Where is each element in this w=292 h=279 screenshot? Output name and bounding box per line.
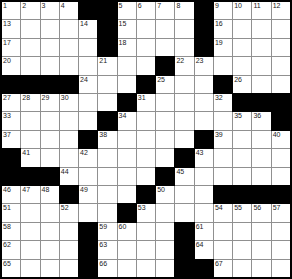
black-cell-r11c12	[214, 186, 232, 203]
cell-r4c11[interactable]: 23	[195, 57, 213, 74]
clue-number-61: 61	[196, 223, 204, 231]
cell-r7c8[interactable]	[137, 112, 155, 129]
cell-r15c8[interactable]	[137, 260, 155, 277]
cell-r13c3[interactable]	[41, 223, 59, 240]
cell-r13c2[interactable]	[21, 223, 39, 240]
clue-number-14: 14	[80, 20, 88, 28]
clue-number-8: 8	[176, 2, 180, 10]
cell-r2c9[interactable]	[156, 20, 174, 37]
cell-r4c3[interactable]	[41, 57, 59, 74]
cell-r15c3[interactable]	[41, 260, 59, 277]
black-cell-r14c5	[79, 241, 97, 258]
black-cell-r5c1	[2, 76, 20, 93]
cell-r14c6[interactable]: 63	[98, 241, 116, 258]
cell-r15c13[interactable]	[233, 260, 251, 277]
cell-r1c10[interactable]: 8	[175, 2, 193, 19]
clue-number-44: 44	[61, 168, 69, 176]
cell-r8c12[interactable]: 39	[214, 131, 232, 148]
black-cell-r11c14	[252, 186, 270, 203]
cell-r2c13[interactable]	[233, 20, 251, 37]
cell-r4c4[interactable]	[60, 57, 78, 74]
cell-r1c9[interactable]: 7	[156, 2, 174, 19]
cell-r9c11[interactable]: 43	[195, 149, 213, 166]
cell-r2c14[interactable]	[252, 20, 270, 37]
black-cell-r8c5	[79, 131, 97, 148]
cell-r14c2[interactable]	[21, 241, 39, 258]
clue-number-11: 11	[253, 2, 260, 10]
clue-number-51: 51	[3, 204, 11, 212]
clue-number-36: 36	[253, 112, 261, 120]
cell-r7c1[interactable]: 33	[2, 112, 20, 129]
clue-number-32: 32	[215, 94, 223, 102]
black-cell-r13c5	[79, 223, 97, 240]
cell-r5c9[interactable]: 25	[156, 76, 174, 93]
cell-r7c4[interactable]	[60, 112, 78, 129]
clue-number-60: 60	[119, 223, 127, 231]
black-cell-r8c11	[195, 131, 213, 148]
black-cell-r1c11	[195, 2, 213, 19]
cell-r9c5[interactable]: 42	[79, 149, 97, 166]
black-cell-r15c10	[175, 260, 193, 277]
clue-number-16: 16	[215, 20, 223, 28]
cell-r10c4[interactable]: 44	[60, 168, 78, 185]
cell-r10c12[interactable]	[214, 168, 232, 185]
cell-r7c14[interactable]: 36	[252, 112, 270, 129]
cell-r3c8[interactable]	[137, 39, 155, 56]
black-cell-r11c15	[272, 186, 290, 203]
cell-r4c12[interactable]	[214, 57, 232, 74]
cell-r3c5[interactable]	[79, 39, 97, 56]
black-cell-r3c11	[195, 39, 213, 56]
clue-number-66: 66	[99, 260, 107, 268]
cell-r14c8[interactable]	[137, 241, 155, 258]
cell-r4c10[interactable]: 22	[175, 57, 193, 74]
cell-r3c13[interactable]	[233, 39, 251, 56]
cell-r10c14[interactable]	[252, 168, 270, 185]
black-cell-r5c2	[21, 76, 39, 93]
black-cell-r14c10	[175, 241, 193, 258]
cell-r9c6[interactable]	[98, 149, 116, 166]
clue-number-40: 40	[273, 131, 281, 139]
cell-r1c13[interactable]: 10	[233, 2, 251, 19]
cell-r10c11[interactable]	[195, 168, 213, 185]
cell-r12c13[interactable]: 55	[233, 204, 251, 221]
cell-r10c7[interactable]	[118, 168, 136, 185]
cell-r9c9[interactable]	[156, 149, 174, 166]
cell-r9c14[interactable]	[252, 149, 270, 166]
cell-r12c9[interactable]	[156, 204, 174, 221]
cell-r11c3[interactable]: 48	[41, 186, 59, 203]
cell-r3c10[interactable]	[175, 39, 193, 56]
clue-number-53: 53	[138, 204, 146, 212]
clue-number-35: 35	[234, 112, 242, 120]
cell-r10c13[interactable]	[233, 168, 251, 185]
clue-number-5: 5	[119, 2, 123, 10]
clue-number-2: 2	[22, 2, 26, 10]
black-cell-r1c5	[79, 2, 97, 19]
cell-r5c15[interactable]	[272, 76, 290, 93]
cell-r13c9[interactable]	[156, 223, 174, 240]
cell-r8c15[interactable]: 40	[272, 131, 290, 148]
cell-r14c4[interactable]	[60, 241, 78, 258]
black-cell-r6c7	[118, 94, 136, 111]
cell-r6c1[interactable]: 27	[2, 94, 20, 111]
cell-r2c1[interactable]: 13	[2, 20, 20, 37]
clue-number-38: 38	[99, 131, 107, 139]
cell-r7c7[interactable]: 34	[118, 112, 136, 129]
cell-r14c11[interactable]: 64	[195, 241, 213, 258]
clue-number-20: 20	[3, 57, 11, 65]
cell-r5c5[interactable]: 24	[79, 76, 97, 93]
cell-r14c3[interactable]	[41, 241, 59, 258]
black-cell-r5c12	[214, 76, 232, 93]
clue-number-12: 12	[273, 2, 281, 10]
cell-r1c12[interactable]: 9	[214, 2, 232, 19]
cell-r9c15[interactable]	[272, 149, 290, 166]
black-cell-r10c9	[156, 168, 174, 185]
clue-number-48: 48	[42, 186, 50, 194]
cell-r8c3[interactable]	[41, 131, 59, 148]
clue-number-54: 54	[215, 204, 223, 212]
crossword-grid: 1234567891011121314151617181920212223242…	[0, 0, 292, 279]
clue-number-67: 67	[215, 260, 223, 268]
cell-r1c3[interactable]: 3	[41, 2, 59, 19]
clue-number-13: 13	[3, 20, 11, 28]
clue-number-27: 27	[3, 94, 11, 102]
cell-r8c6[interactable]: 38	[98, 131, 116, 148]
black-cell-r12c7	[118, 204, 136, 221]
black-cell-r5c8	[137, 76, 155, 93]
cell-r7c9[interactable]	[156, 112, 174, 129]
cell-r8c9[interactable]	[156, 131, 174, 148]
cell-r15c14[interactable]	[252, 260, 270, 277]
cell-r9c8[interactable]	[137, 149, 155, 166]
cell-r4c2[interactable]	[21, 57, 39, 74]
cell-r15c15[interactable]	[272, 260, 290, 277]
cell-r12c6[interactable]	[98, 204, 116, 221]
cell-r5c10[interactable]	[175, 76, 193, 93]
cell-r11c11[interactable]	[195, 186, 213, 203]
cell-r3c4[interactable]	[60, 39, 78, 56]
cell-r13c11[interactable]: 61	[195, 223, 213, 240]
cell-r13c12[interactable]	[214, 223, 232, 240]
clue-number-25: 25	[157, 76, 165, 84]
cell-r7c12[interactable]	[214, 112, 232, 129]
clue-number-59: 59	[99, 223, 107, 231]
cell-r5c14[interactable]	[252, 76, 270, 93]
cell-r15c6[interactable]: 66	[98, 260, 116, 277]
cell-r10c15[interactable]	[272, 168, 290, 185]
clue-number-4: 4	[61, 2, 65, 10]
cell-r14c12[interactable]	[214, 241, 232, 258]
cell-r3c1[interactable]: 17	[2, 39, 20, 56]
cell-r6c10[interactable]	[175, 94, 193, 111]
clue-number-45: 45	[176, 168, 184, 176]
clue-number-10: 10	[234, 2, 242, 10]
clue-number-37: 37	[3, 131, 11, 139]
cell-r1c14[interactable]: 11	[252, 2, 270, 19]
clue-number-56: 56	[253, 204, 261, 212]
cell-r12c1[interactable]: 51	[2, 204, 20, 221]
cell-r15c9[interactable]	[156, 260, 174, 277]
clue-number-62: 62	[3, 241, 11, 249]
cell-r4c5[interactable]	[79, 57, 97, 74]
cell-r5c7[interactable]	[118, 76, 136, 93]
cell-r13c14[interactable]	[252, 223, 270, 240]
cell-r9c3[interactable]	[41, 149, 59, 166]
cell-r12c10[interactable]	[175, 204, 193, 221]
cell-r3c12[interactable]: 19	[214, 39, 232, 56]
cell-r11c10[interactable]	[175, 186, 193, 203]
cell-r2c12[interactable]: 16	[214, 20, 232, 37]
cell-r4c14[interactable]	[252, 57, 270, 74]
cell-r8c4[interactable]	[60, 131, 78, 148]
cell-r1c8[interactable]: 6	[137, 2, 155, 19]
cell-r6c6[interactable]	[98, 94, 116, 111]
cell-r11c6[interactable]	[98, 186, 116, 203]
cell-r2c5[interactable]: 14	[79, 20, 97, 37]
cell-r1c7[interactable]: 5	[118, 2, 136, 19]
clue-number-3: 3	[42, 2, 46, 10]
cell-r1c15[interactable]: 12	[272, 2, 290, 19]
cell-r3c2[interactable]	[21, 39, 39, 56]
cell-r12c3[interactable]	[41, 204, 59, 221]
black-cell-r10c3	[41, 168, 59, 185]
cell-r2c7[interactable]: 15	[118, 20, 136, 37]
cell-r12c15[interactable]: 57	[272, 204, 290, 221]
cell-r2c3[interactable]	[41, 20, 59, 37]
cell-r2c10[interactable]	[175, 20, 193, 37]
cell-r7c10[interactable]	[175, 112, 193, 129]
cell-r8c14[interactable]	[252, 131, 270, 148]
cell-r11c5[interactable]: 49	[79, 186, 97, 203]
clue-number-34: 34	[119, 112, 127, 120]
cell-r13c4[interactable]	[60, 223, 78, 240]
cell-r5c11[interactable]	[195, 76, 213, 93]
clue-number-30: 30	[61, 94, 69, 102]
cell-r6c2[interactable]: 28	[21, 94, 39, 111]
cell-r1c2[interactable]: 2	[21, 2, 39, 19]
cell-r4c15[interactable]	[272, 57, 290, 74]
black-cell-r2c6	[98, 20, 116, 37]
clue-number-9: 9	[215, 2, 219, 10]
clue-number-21: 21	[99, 57, 107, 65]
cell-r7c3[interactable]	[41, 112, 59, 129]
black-cell-r7c6	[98, 112, 116, 129]
clue-number-7: 7	[157, 2, 161, 10]
clue-number-17: 17	[3, 39, 11, 47]
clue-number-18: 18	[119, 39, 127, 47]
cell-r12c2[interactable]	[21, 204, 39, 221]
cell-r15c4[interactable]	[60, 260, 78, 277]
black-cell-r10c1	[2, 168, 20, 185]
cell-r14c15[interactable]	[272, 241, 290, 258]
clue-number-28: 28	[22, 94, 30, 102]
cell-r12c12[interactable]: 54	[214, 204, 232, 221]
black-cell-r13c10	[175, 223, 193, 240]
cell-r15c2[interactable]	[21, 260, 39, 277]
cell-r11c9[interactable]: 50	[156, 186, 174, 203]
cell-r1c4[interactable]: 4	[60, 2, 78, 19]
cell-r12c8[interactable]: 53	[137, 204, 155, 221]
cell-r7c13[interactable]: 35	[233, 112, 251, 129]
black-cell-r3c6	[98, 39, 116, 56]
cell-r15c7[interactable]	[118, 260, 136, 277]
clue-number-22: 22	[176, 57, 184, 65]
black-cell-r6c15	[272, 94, 290, 111]
cell-r13c7[interactable]: 60	[118, 223, 136, 240]
cell-r2c4[interactable]	[60, 20, 78, 37]
black-cell-r11c4	[60, 186, 78, 203]
black-cell-r5c3	[41, 76, 59, 93]
black-cell-r4c9	[156, 57, 174, 74]
clue-number-47: 47	[22, 186, 30, 194]
cell-r3c3[interactable]	[41, 39, 59, 56]
clue-number-24: 24	[80, 76, 88, 84]
cell-r8c10[interactable]	[175, 131, 193, 148]
cell-r13c13[interactable]	[233, 223, 251, 240]
clue-number-33: 33	[3, 112, 11, 120]
cell-r5c6[interactable]	[98, 76, 116, 93]
black-cell-r10c2	[21, 168, 39, 185]
black-cell-r7c15	[272, 112, 290, 129]
clue-number-19: 19	[215, 39, 223, 47]
cell-r7c11[interactable]	[195, 112, 213, 129]
cell-r4c7[interactable]	[118, 57, 136, 74]
clue-number-6: 6	[138, 2, 142, 10]
black-cell-r5c4	[60, 76, 78, 93]
clue-number-46: 46	[3, 186, 11, 194]
cell-r9c7[interactable]	[118, 149, 136, 166]
cell-r12c4[interactable]: 52	[60, 204, 78, 221]
cell-r1c1[interactable]: 1	[2, 2, 20, 19]
cell-r4c6[interactable]: 21	[98, 57, 116, 74]
cell-r6c12[interactable]: 32	[214, 94, 232, 111]
cell-r6c11[interactable]	[195, 94, 213, 111]
cell-r14c13[interactable]	[233, 241, 251, 258]
clue-number-64: 64	[196, 241, 204, 249]
black-cell-r6c13	[233, 94, 251, 111]
cell-r10c6[interactable]	[98, 168, 116, 185]
cell-r10c8[interactable]	[137, 168, 155, 185]
cell-r15c1[interactable]: 65	[2, 260, 20, 277]
cell-r6c3[interactable]: 29	[41, 94, 59, 111]
clue-number-52: 52	[61, 204, 69, 212]
cell-r9c2[interactable]: 41	[21, 149, 39, 166]
cell-r11c2[interactable]: 47	[21, 186, 39, 203]
black-cell-r11c13	[233, 186, 251, 203]
clue-number-42: 42	[80, 149, 88, 157]
clue-number-55: 55	[234, 204, 242, 212]
cell-r13c8[interactable]	[137, 223, 155, 240]
cell-r9c13[interactable]	[233, 149, 251, 166]
cell-r8c1[interactable]: 37	[2, 131, 20, 148]
clue-number-31: 31	[138, 94, 146, 102]
cell-r2c2[interactable]	[21, 20, 39, 37]
clue-number-1: 1	[3, 2, 7, 10]
black-cell-r2c11	[195, 20, 213, 37]
cell-r8c8[interactable]	[137, 131, 155, 148]
clue-number-50: 50	[157, 186, 165, 194]
cell-r10c5[interactable]	[79, 168, 97, 185]
cell-r12c5[interactable]	[79, 204, 97, 221]
cell-r14c7[interactable]	[118, 241, 136, 258]
black-cell-r15c11	[195, 260, 213, 277]
cell-r3c14[interactable]	[252, 39, 270, 56]
cell-r11c1[interactable]: 46	[2, 186, 20, 203]
cell-r8c13[interactable]	[233, 131, 251, 148]
cell-r3c9[interactable]	[156, 39, 174, 56]
cell-r6c8[interactable]: 31	[137, 94, 155, 111]
clue-number-29: 29	[42, 94, 50, 102]
black-cell-r15c5	[79, 260, 97, 277]
cell-r3c15[interactable]	[272, 39, 290, 56]
cell-r9c12[interactable]	[214, 149, 232, 166]
black-cell-r9c1	[2, 149, 20, 166]
cell-r8c7[interactable]	[118, 131, 136, 148]
cell-r13c6[interactable]: 59	[98, 223, 116, 240]
cell-r11c7[interactable]	[118, 186, 136, 203]
cell-r5c13[interactable]: 26	[233, 76, 251, 93]
cell-r7c2[interactable]	[21, 112, 39, 129]
clue-number-63: 63	[99, 241, 107, 249]
black-cell-r11c8	[137, 186, 155, 203]
cell-r14c14[interactable]	[252, 241, 270, 258]
cell-r8c2[interactable]	[21, 131, 39, 148]
cell-r10c10[interactable]: 45	[175, 168, 193, 185]
clue-number-26: 26	[234, 76, 242, 84]
cell-r13c1[interactable]: 58	[2, 223, 20, 240]
clue-number-15: 15	[119, 20, 127, 28]
cell-r7c5[interactable]	[79, 112, 97, 129]
black-cell-r1c6	[98, 2, 116, 19]
clue-number-41: 41	[22, 149, 30, 157]
cell-r9c4[interactable]	[60, 149, 78, 166]
cell-r4c8[interactable]	[137, 57, 155, 74]
cell-r6c5[interactable]	[79, 94, 97, 111]
cell-r12c11[interactable]	[195, 204, 213, 221]
clue-number-23: 23	[196, 57, 204, 65]
cell-r14c9[interactable]	[156, 241, 174, 258]
cell-r3c7[interactable]: 18	[118, 39, 136, 56]
cell-r6c9[interactable]	[156, 94, 174, 111]
cell-r13c15[interactable]	[272, 223, 290, 240]
cell-r2c15[interactable]	[272, 20, 290, 37]
cell-r2c8[interactable]	[137, 20, 155, 37]
clue-number-57: 57	[273, 204, 281, 212]
clue-number-43: 43	[196, 149, 204, 157]
cell-r15c12[interactable]: 67	[214, 260, 232, 277]
clue-number-58: 58	[3, 223, 11, 231]
cell-r6c4[interactable]: 30	[60, 94, 78, 111]
cell-r12c14[interactable]: 56	[252, 204, 270, 221]
cell-r4c1[interactable]: 20	[2, 57, 20, 74]
cell-r4c13[interactable]	[233, 57, 251, 74]
clue-number-49: 49	[80, 186, 88, 194]
black-cell-r9c10	[175, 149, 193, 166]
clue-number-65: 65	[3, 260, 11, 268]
cell-r14c1[interactable]: 62	[2, 241, 20, 258]
clue-number-39: 39	[215, 131, 223, 139]
black-cell-r6c14	[252, 94, 270, 111]
